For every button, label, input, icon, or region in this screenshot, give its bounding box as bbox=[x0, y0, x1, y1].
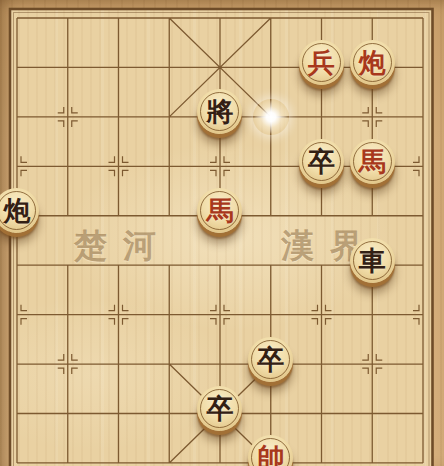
piece-black-general[interactable]: 將 bbox=[197, 89, 242, 134]
piece-black-soldier[interactable]: 卒 bbox=[248, 337, 293, 382]
piece-glyph: 帥 bbox=[257, 435, 284, 466]
piece-glyph: 馬 bbox=[206, 188, 233, 233]
piece-glyph: 炮 bbox=[3, 188, 30, 233]
piece-black-soldier[interactable]: 卒 bbox=[197, 386, 242, 431]
piece-black-chariot[interactable]: 車 bbox=[350, 238, 395, 283]
piece-red-cannon[interactable]: 炮 bbox=[350, 40, 395, 85]
piece-red-soldier[interactable]: 兵 bbox=[299, 40, 344, 85]
xiangqi-game-screen: 楚河 漢界 兵炮將卒馬炮馬車卒卒帥 bbox=[0, 0, 444, 466]
piece-red-horse[interactable]: 馬 bbox=[197, 188, 242, 233]
pieces-layer[interactable]: 兵炮將卒馬炮馬車卒卒帥 bbox=[0, 0, 444, 466]
piece-red-horse[interactable]: 馬 bbox=[350, 139, 395, 184]
piece-glyph: 炮 bbox=[359, 40, 386, 85]
piece-glyph: 卒 bbox=[257, 337, 284, 382]
piece-glyph: 車 bbox=[359, 238, 386, 283]
piece-glyph: 將 bbox=[206, 89, 233, 134]
piece-glyph: 卒 bbox=[308, 139, 335, 184]
piece-glyph: 馬 bbox=[359, 139, 386, 184]
piece-black-cannon[interactable]: 炮 bbox=[0, 188, 39, 233]
piece-glyph: 卒 bbox=[206, 386, 233, 431]
piece-black-soldier[interactable]: 卒 bbox=[299, 139, 344, 184]
piece-red-general[interactable]: 帥 bbox=[248, 435, 293, 466]
piece-glyph: 兵 bbox=[308, 40, 335, 85]
